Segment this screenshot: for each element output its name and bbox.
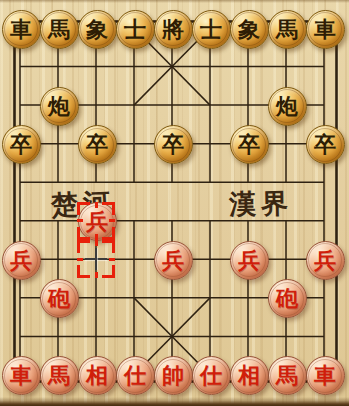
piece-black-將[interactable]: 將 <box>154 10 193 49</box>
piece-red-馬[interactable]: 馬 <box>40 356 79 395</box>
piece-glyph: 砲 <box>48 280 70 317</box>
piece-glyph: 相 <box>86 357 108 394</box>
piece-red-兵[interactable]: 兵 <box>154 241 193 280</box>
piece-black-車[interactable]: 車 <box>2 10 41 49</box>
piece-red-相[interactable]: 相 <box>230 356 269 395</box>
piece-glyph: 炮 <box>48 88 70 125</box>
piece-black-士[interactable]: 士 <box>192 10 231 49</box>
piece-black-馬[interactable]: 馬 <box>40 10 79 49</box>
piece-red-兵[interactable]: 兵 <box>306 241 345 280</box>
piece-glyph: 車 <box>10 11 32 48</box>
board-bottom-shadow <box>0 397 349 406</box>
piece-black-士[interactable]: 士 <box>116 10 155 49</box>
piece-glyph: 士 <box>200 11 222 48</box>
piece-black-炮[interactable]: 炮 <box>268 87 307 126</box>
piece-glyph: 馬 <box>48 11 70 48</box>
piece-black-馬[interactable]: 馬 <box>268 10 307 49</box>
piece-red-仕[interactable]: 仕 <box>116 356 155 395</box>
piece-black-象[interactable]: 象 <box>78 10 117 49</box>
piece-red-車[interactable]: 車 <box>2 356 41 395</box>
piece-black-象[interactable]: 象 <box>230 10 269 49</box>
piece-red-兵[interactable]: 兵 <box>2 241 41 280</box>
piece-glyph: 砲 <box>276 280 298 317</box>
piece-red-仕[interactable]: 仕 <box>192 356 231 395</box>
piece-glyph: 相 <box>238 357 260 394</box>
xiangqi-board[interactable]: 楚河 漢界 車馬象士將士象馬車炮炮卒卒卒卒卒兵兵兵兵兵砲砲車馬相仕帥仕相馬車 <box>0 0 349 406</box>
piece-glyph: 兵 <box>314 242 336 279</box>
piece-glyph: 馬 <box>276 11 298 48</box>
piece-glyph: 卒 <box>86 126 108 163</box>
piece-glyph: 馬 <box>276 357 298 394</box>
piece-glyph: 車 <box>10 357 32 394</box>
piece-glyph: 仕 <box>124 357 146 394</box>
piece-red-車[interactable]: 車 <box>306 356 345 395</box>
piece-glyph: 卒 <box>314 126 336 163</box>
piece-glyph: 士 <box>124 11 146 48</box>
piece-glyph: 卒 <box>10 126 32 163</box>
piece-black-卒[interactable]: 卒 <box>230 125 269 164</box>
piece-black-車[interactable]: 車 <box>306 10 345 49</box>
piece-red-砲[interactable]: 砲 <box>40 279 79 318</box>
piece-glyph: 車 <box>314 357 336 394</box>
piece-glyph: 將 <box>162 11 184 48</box>
piece-glyph: 卒 <box>238 126 260 163</box>
river-label-han-border: 漢界 <box>229 185 294 220</box>
piece-black-卒[interactable]: 卒 <box>306 125 345 164</box>
piece-black-炮[interactable]: 炮 <box>40 87 79 126</box>
piece-glyph: 卒 <box>162 126 184 163</box>
piece-glyph: 炮 <box>276 88 298 125</box>
piece-glyph: 車 <box>314 11 336 48</box>
piece-glyph: 兵 <box>10 242 32 279</box>
piece-glyph: 帥 <box>162 357 184 394</box>
piece-red-兵-selected[interactable]: 兵 <box>78 202 117 241</box>
piece-red-馬[interactable]: 馬 <box>268 356 307 395</box>
piece-black-卒[interactable]: 卒 <box>154 125 193 164</box>
piece-glyph: 象 <box>238 11 260 48</box>
piece-black-卒[interactable]: 卒 <box>78 125 117 164</box>
piece-black-卒[interactable]: 卒 <box>2 125 41 164</box>
piece-red-相[interactable]: 相 <box>78 356 117 395</box>
piece-red-兵[interactable]: 兵 <box>230 241 269 280</box>
piece-glyph: 仕 <box>200 357 222 394</box>
piece-red-帥[interactable]: 帥 <box>154 356 193 395</box>
piece-glyph: 兵 <box>162 242 184 279</box>
piece-glyph: 馬 <box>48 357 70 394</box>
piece-glyph: 象 <box>86 11 108 48</box>
piece-glyph: 兵 <box>238 242 260 279</box>
piece-glyph: 兵 <box>86 203 108 240</box>
piece-red-砲[interactable]: 砲 <box>268 279 307 318</box>
